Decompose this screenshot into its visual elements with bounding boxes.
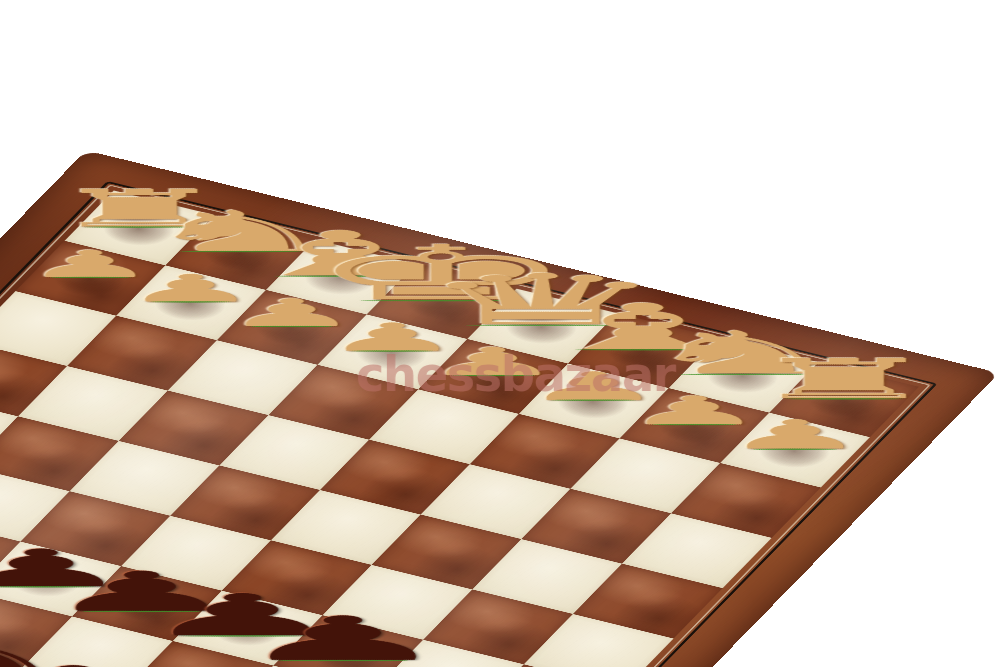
white-pawn-glyph: ♟ [723,420,867,450]
white-rook-glyph: ♜ [746,359,943,400]
chess-board: chessbazaar ♜♞♝♚♛♝♞♜♟♟♟♟♟♟♟♟♞♝♟♟♟♟ [0,150,999,667]
product-photo-scene: chessbazaar ♜♞♝♚♛♝♞♜♟♟♟♟♟♟♟♟♞♝♟♟♟♟ [0,0,1000,667]
